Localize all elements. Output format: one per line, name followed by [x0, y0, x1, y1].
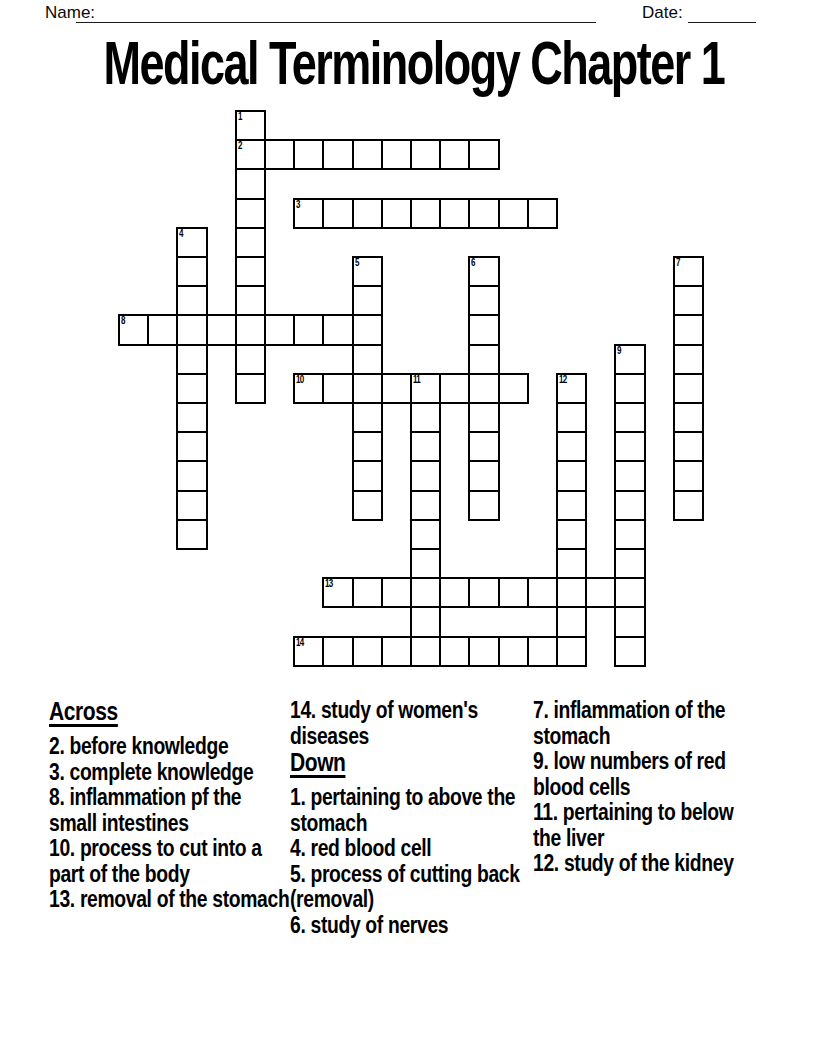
cell-r18c15[interactable] [556, 636, 587, 667]
cell-r6c8[interactable] [352, 285, 383, 316]
clue-column-3: 7. inflammation of the stomach9. low num… [533, 698, 765, 877]
title-wrap: Medical Terminology Chapter 1 [0, 33, 816, 93]
clue-heading-text: Across [49, 698, 118, 727]
cell-r1c4[interactable]: 2 [235, 139, 266, 170]
cell-r1c8[interactable] [352, 139, 383, 170]
cell-r3c4[interactable] [235, 198, 266, 229]
cell-r10c17[interactable] [614, 402, 645, 433]
cell-r7c4[interactable] [235, 314, 266, 345]
cell-r9c17[interactable] [614, 373, 645, 404]
cell-r5c8[interactable]: 5 [352, 256, 383, 287]
cell-number-4: 4 [179, 229, 183, 239]
name-fill-line[interactable] [76, 2, 596, 23]
cell-r7c5[interactable] [264, 314, 295, 345]
cell-r14c2[interactable] [176, 519, 207, 550]
cell-r17c10[interactable] [410, 606, 441, 637]
cell-r1c6[interactable] [293, 139, 324, 170]
cell-r9c4[interactable] [235, 373, 266, 404]
cell-number-5: 5 [355, 258, 359, 268]
cell-r16c9[interactable] [381, 577, 412, 608]
cell-r18c14[interactable] [527, 636, 558, 667]
cell-r12c8[interactable] [352, 460, 383, 491]
cell-r16c13[interactable] [498, 577, 529, 608]
cell-r1c9[interactable] [381, 139, 412, 170]
clue-down-11: 11. pertaining to below the liver [533, 800, 765, 851]
clue-down-6: 6. study of nerves [290, 913, 532, 939]
clue-column-2: 14. study of women's diseasesDown1. pert… [290, 698, 532, 938]
cell-r3c10[interactable] [410, 198, 441, 229]
cell-r9c2[interactable] [176, 373, 207, 404]
cell-r7c2[interactable] [176, 314, 207, 345]
cell-r0c4[interactable]: 1 [235, 110, 266, 141]
cell-r8c8[interactable] [352, 344, 383, 375]
cell-r1c11[interactable] [439, 139, 470, 170]
cell-r3c13[interactable] [498, 198, 529, 229]
cell-r12c15[interactable] [556, 460, 587, 491]
cell-r9c12[interactable] [468, 373, 499, 404]
cell-number-7: 7 [676, 258, 680, 268]
cell-r9c7[interactable] [322, 373, 353, 404]
cell-r7c6[interactable] [293, 314, 324, 345]
cell-r14c10[interactable] [410, 519, 441, 550]
clue-across-10: 10. process to cut into a part of the bo… [49, 836, 291, 887]
cell-r14c17[interactable] [614, 519, 645, 550]
cell-r8c17[interactable]: 9 [614, 344, 645, 375]
clue-down-5: 5. process of cutting back (removal) [290, 862, 532, 913]
cell-r2c4[interactable] [235, 168, 266, 199]
cell-r7c12[interactable] [468, 314, 499, 345]
clue-across-8: 8. inflammation pf the small intestines [49, 785, 291, 836]
cell-number-13: 13 [325, 579, 333, 589]
cell-r7c0[interactable]: 8 [118, 314, 149, 345]
cell-number-1: 1 [238, 112, 242, 122]
cell-r3c12[interactable] [468, 198, 499, 229]
cell-r10c15[interactable] [556, 402, 587, 433]
cell-r18c8[interactable] [352, 636, 383, 667]
clue-down-9: 9. low numbers of red blood cells [533, 749, 765, 800]
cell-r5c4[interactable] [235, 256, 266, 287]
cell-r6c4[interactable] [235, 285, 266, 316]
cell-r10c8[interactable] [352, 402, 383, 433]
clue-down-7: 7. inflammation of the stomach [533, 698, 765, 749]
cell-r18c13[interactable] [498, 636, 529, 667]
cell-r16c10[interactable] [410, 577, 441, 608]
cell-r16c17[interactable] [614, 577, 645, 608]
cell-number-2: 2 [238, 141, 242, 151]
cell-r16c8[interactable] [352, 577, 383, 608]
cell-r18c10[interactable] [410, 636, 441, 667]
cell-r10c2[interactable] [176, 402, 207, 433]
cell-r16c12[interactable] [468, 577, 499, 608]
cell-r1c7[interactable] [322, 139, 353, 170]
cell-r10c10[interactable] [410, 402, 441, 433]
cell-r13c17[interactable] [614, 490, 645, 521]
cell-r14c15[interactable] [556, 519, 587, 550]
cell-r17c17[interactable] [614, 606, 645, 637]
cell-r11c10[interactable] [410, 431, 441, 462]
cell-r9c8[interactable] [352, 373, 383, 404]
cell-r18c17[interactable] [614, 636, 645, 667]
cell-r3c11[interactable] [439, 198, 470, 229]
cell-r5c19[interactable]: 7 [673, 256, 704, 287]
cell-r3c6[interactable]: 3 [293, 198, 324, 229]
cell-number-8: 8 [121, 316, 125, 326]
clue-heading-text: Down [290, 749, 345, 778]
cell-r18c12[interactable] [468, 636, 499, 667]
cell-r12c19[interactable] [673, 460, 704, 491]
cell-r9c13[interactable] [498, 373, 529, 404]
clue-down-1: 1. pertaining to above the stomach [290, 785, 532, 836]
cell-r7c7[interactable] [322, 314, 353, 345]
cell-r17c15[interactable] [556, 606, 587, 637]
cell-r9c10[interactable]: 11 [410, 373, 441, 404]
cell-r3c9[interactable] [381, 198, 412, 229]
cell-r13c10[interactable] [410, 490, 441, 521]
cell-r16c7[interactable]: 13 [322, 577, 353, 608]
clue-heading-down: Down [290, 749, 532, 778]
cell-r1c12[interactable] [468, 139, 499, 170]
clue-across-14: 14. study of women's diseases [290, 698, 532, 749]
cell-r9c11[interactable] [439, 373, 470, 404]
cell-r11c8[interactable] [352, 431, 383, 462]
cell-r3c8[interactable] [352, 198, 383, 229]
cell-r12c12[interactable] [468, 460, 499, 491]
cell-r18c11[interactable] [439, 636, 470, 667]
cell-r9c19[interactable] [673, 373, 704, 404]
cell-r3c14[interactable] [527, 198, 558, 229]
cell-number-6: 6 [471, 258, 475, 268]
cell-r1c5[interactable] [264, 139, 295, 170]
cell-r18c7[interactable] [322, 636, 353, 667]
cell-r13c2[interactable] [176, 490, 207, 521]
clue-across-2: 2. before knowledge [49, 734, 291, 760]
cell-r11c12[interactable] [468, 431, 499, 462]
cell-number-3: 3 [296, 200, 300, 210]
cell-r3c7[interactable] [322, 198, 353, 229]
cell-r10c12[interactable] [468, 402, 499, 433]
cell-r18c6[interactable]: 14 [293, 636, 324, 667]
clue-heading-across: Across [49, 698, 291, 727]
cell-r8c19[interactable] [673, 344, 704, 375]
cell-r13c8[interactable] [352, 490, 383, 521]
cell-r12c2[interactable] [176, 460, 207, 491]
cell-r8c4[interactable] [235, 344, 266, 375]
cell-r13c19[interactable] [673, 490, 704, 521]
cell-r11c19[interactable] [673, 431, 704, 462]
cell-r16c11[interactable] [439, 577, 470, 608]
cell-r5c12[interactable]: 6 [468, 256, 499, 287]
cell-r9c9[interactable] [381, 373, 412, 404]
cell-r15c10[interactable] [410, 548, 441, 579]
cell-r8c12[interactable] [468, 344, 499, 375]
cell-r11c2[interactable] [176, 431, 207, 462]
cell-r7c8[interactable] [352, 314, 383, 345]
worksheet-page: Name: Date: Medical Terminology Chapter … [0, 0, 816, 1056]
cell-r7c3[interactable] [206, 314, 237, 345]
cell-number-14: 14 [296, 638, 304, 648]
cell-number-12: 12 [559, 375, 567, 385]
cell-r16c16[interactable] [585, 577, 616, 608]
cell-r9c6[interactable]: 10 [293, 373, 324, 404]
clue-down-12: 12. study of the kidney [533, 851, 765, 877]
cell-r12c10[interactable] [410, 460, 441, 491]
clue-column-1: Across2. before knowledge3. complete kno… [49, 698, 291, 913]
cell-r7c1[interactable] [147, 314, 178, 345]
cell-number-11: 11 [413, 375, 420, 385]
cell-r13c15[interactable] [556, 490, 587, 521]
clue-across-3: 3. complete knowledge [49, 760, 291, 786]
cell-r11c17[interactable] [614, 431, 645, 462]
cell-r15c15[interactable] [556, 548, 587, 579]
cell-r15c17[interactable] [614, 548, 645, 579]
cell-r5c2[interactable] [176, 256, 207, 287]
cell-r7c19[interactable] [673, 314, 704, 345]
cell-r4c2[interactable]: 4 [176, 227, 207, 258]
crossword-grid: 1234567891011121314 [118, 110, 706, 668]
clue-down-4: 4. red blood cell [290, 836, 532, 862]
date-label: Date: [642, 3, 683, 23]
cell-r8c2[interactable] [176, 344, 207, 375]
cell-r13c12[interactable] [468, 490, 499, 521]
cell-r6c2[interactable] [176, 285, 207, 316]
cell-r16c15[interactable] [556, 577, 587, 608]
cell-r16c14[interactable] [527, 577, 558, 608]
clue-across-13: 13. removal of the stomach [49, 887, 291, 913]
cell-number-10: 10 [296, 375, 304, 385]
cell-r11c15[interactable] [556, 431, 587, 462]
cell-r18c9[interactable] [381, 636, 412, 667]
date-fill-line[interactable] [688, 2, 756, 23]
cell-r10c19[interactable] [673, 402, 704, 433]
cell-r4c4[interactable] [235, 227, 266, 258]
cell-r6c12[interactable] [468, 285, 499, 316]
cell-r9c15[interactable]: 12 [556, 373, 587, 404]
page-title: Medical Terminology Chapter 1 [103, 33, 724, 94]
cell-r6c19[interactable] [673, 285, 704, 316]
cell-r1c10[interactable] [410, 139, 441, 170]
cell-number-9: 9 [617, 346, 621, 356]
cell-r12c17[interactable] [614, 460, 645, 491]
